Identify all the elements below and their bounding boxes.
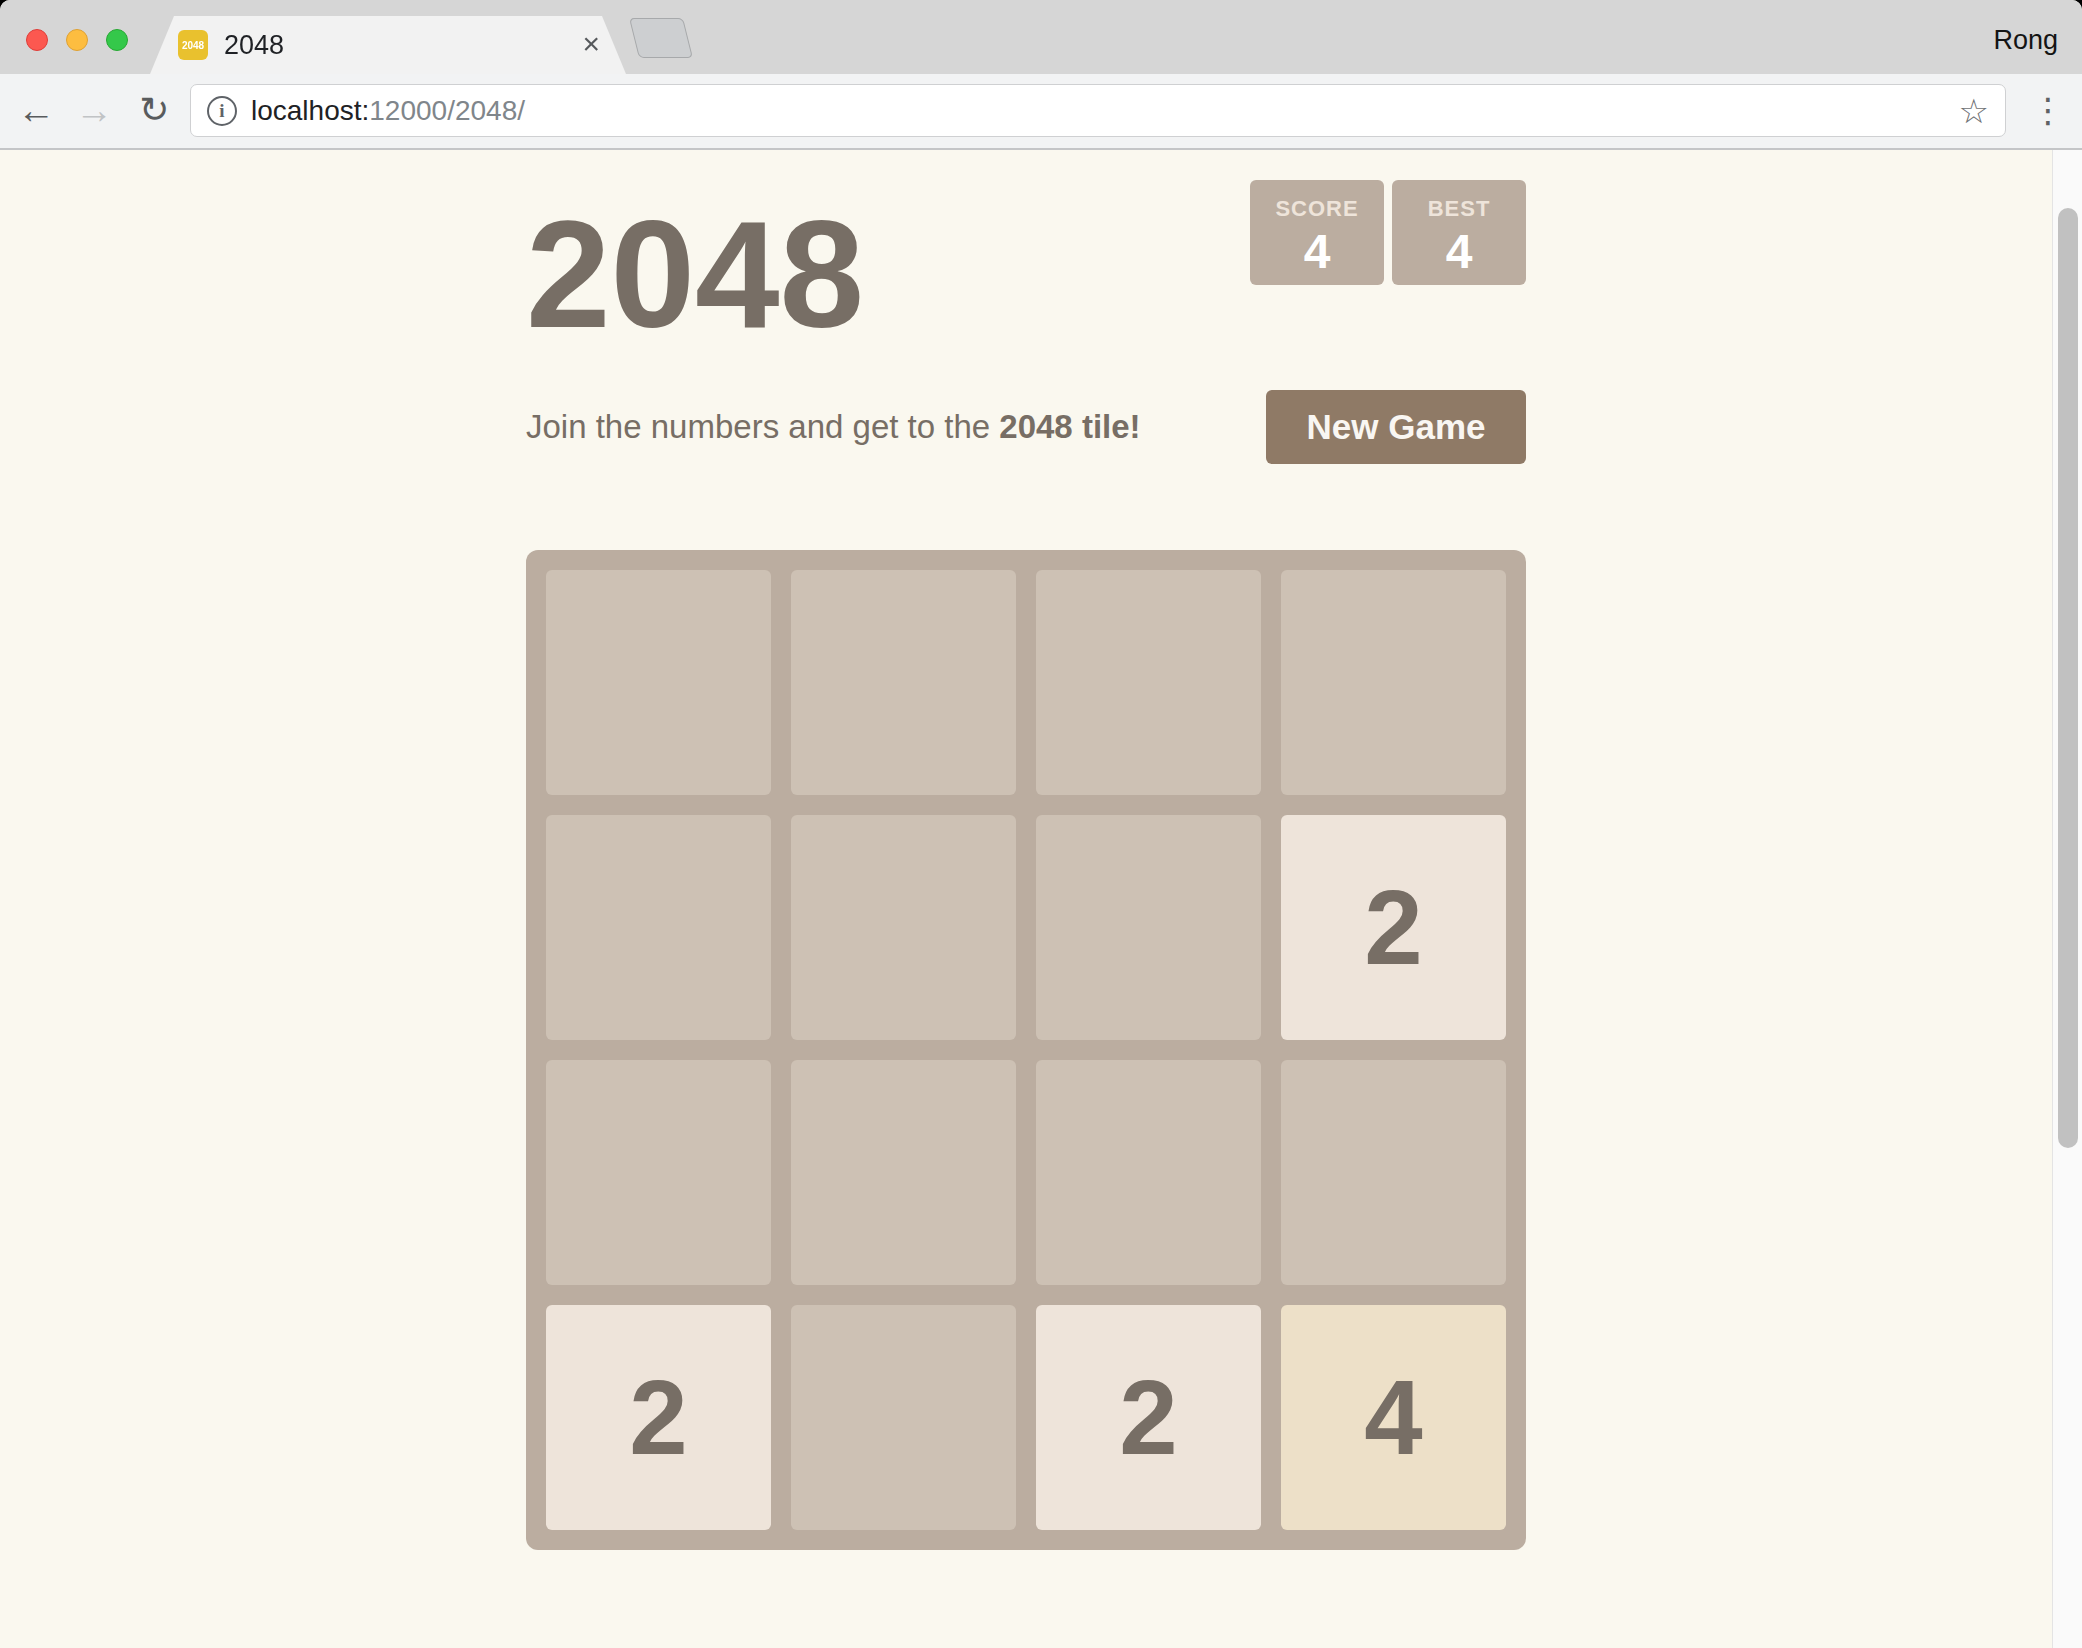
game-area: 2048 SCORE 4 BEST 4 Join the numbers and… (526, 150, 1526, 1648)
new-tab-button[interactable] (629, 18, 693, 58)
best-value: 4 (1410, 224, 1508, 279)
board: 2224 (526, 550, 1526, 1550)
reload-icon[interactable]: ↻ (130, 74, 178, 148)
bookmark-star-icon[interactable]: ☆ (1959, 91, 1989, 131)
board-cell-empty (546, 570, 771, 795)
intro-text-regular: Join the numbers and get to the (526, 408, 999, 445)
new-game-button[interactable]: New Game (1266, 390, 1526, 464)
url-host: localhost: (251, 95, 369, 126)
tab-favicon-icon: 2048 (178, 30, 208, 60)
board-cell-empty (1036, 1060, 1261, 1285)
tile-2: 2 (546, 1305, 771, 1530)
score-panel: SCORE 4 BEST 4 (1250, 180, 1526, 285)
board-cell-empty (1281, 570, 1506, 795)
tab-title: 2048 (224, 16, 284, 74)
tab-2048[interactable]: 2048 2048 × (150, 16, 626, 74)
score-label: SCORE (1268, 196, 1366, 222)
board-cell-empty (791, 1305, 1016, 1530)
browser-menu-icon[interactable]: ⋮ (2028, 74, 2068, 148)
tile-2: 2 (1036, 1305, 1261, 1530)
back-icon[interactable]: ← (12, 74, 60, 148)
scrollbar-thumb[interactable] (2058, 208, 2078, 1148)
tab-bar: 2048 2048 × Rong (0, 0, 2082, 74)
board-cell-empty (1036, 570, 1261, 795)
board-cell-empty (791, 815, 1016, 1040)
url-text[interactable]: localhost:12000/2048/ (251, 95, 525, 127)
window-zoom-button[interactable] (106, 29, 128, 51)
url-path: 12000/2048/ (369, 95, 525, 126)
board-cell-empty (791, 1060, 1016, 1285)
browser-window: 2048 2048 × Rong ← → ↻ i localhost:12000… (0, 0, 2082, 1648)
score-box: SCORE 4 (1250, 180, 1384, 285)
address-bar[interactable]: i localhost:12000/2048/ ☆ (190, 84, 2006, 137)
score-value: 4 (1268, 224, 1366, 279)
board-cell-empty (1036, 815, 1261, 1040)
page-title: 2048 (526, 198, 864, 350)
forward-icon: → (70, 74, 118, 148)
intro-text: Join the numbers and get to the 2048 til… (526, 408, 1141, 446)
browser-toolbar: ← → ↻ i localhost:12000/2048/ ☆ ⋮ (0, 74, 2082, 150)
scrollbar[interactable] (2052, 150, 2082, 1648)
page-content: 2048 SCORE 4 BEST 4 Join the numbers and… (0, 150, 2052, 1648)
tile-2: 2 (1281, 815, 1506, 1040)
page-info-icon[interactable]: i (207, 96, 237, 126)
tab-close-icon[interactable]: × (582, 16, 600, 74)
board-cell-empty (1281, 1060, 1506, 1285)
intro-text-bold: 2048 tile! (999, 408, 1140, 445)
best-label: BEST (1410, 196, 1508, 222)
best-box: BEST 4 (1392, 180, 1526, 285)
board-cell-empty (791, 570, 1016, 795)
board-cell-empty (546, 815, 771, 1040)
window-close-button[interactable] (26, 29, 48, 51)
tile-4: 4 (1281, 1305, 1506, 1530)
profile-name[interactable]: Rong (1993, 0, 2058, 74)
board-cell-empty (546, 1060, 771, 1285)
window-minimize-button[interactable] (66, 29, 88, 51)
